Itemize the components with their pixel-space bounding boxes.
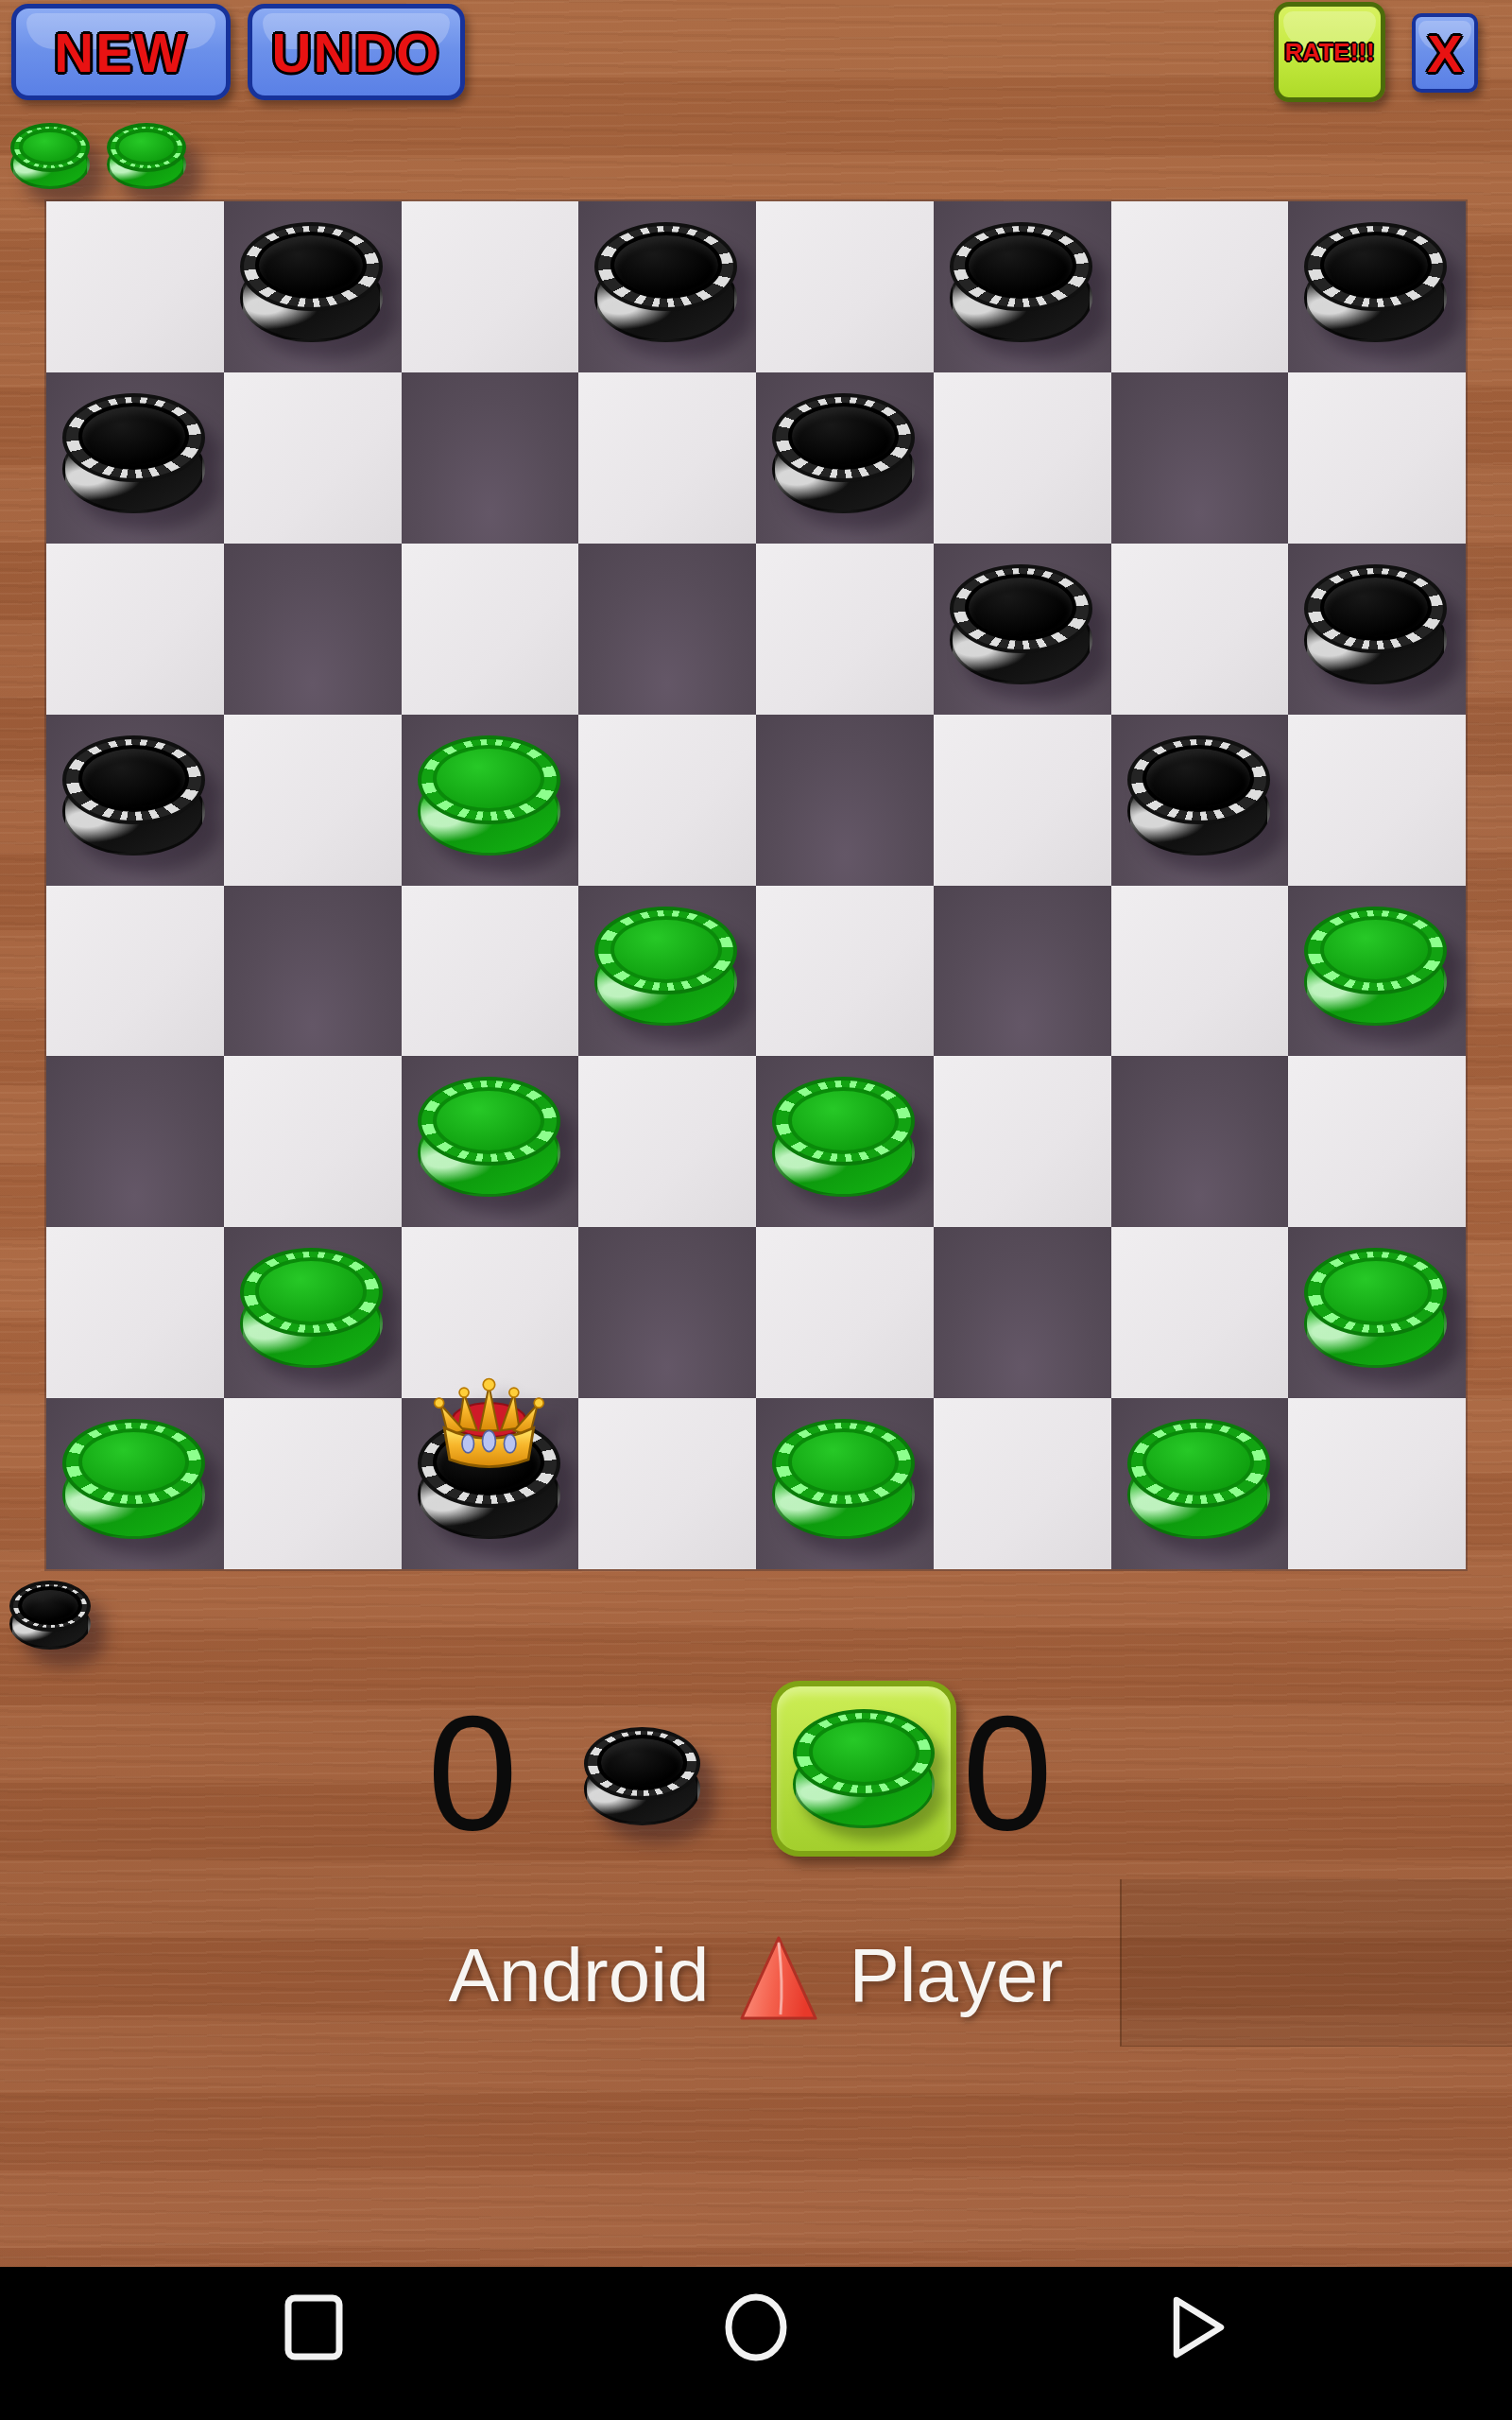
board-cell-r2c4 (756, 544, 934, 715)
checker-face (255, 232, 367, 299)
black-piece-r0c5[interactable] (950, 222, 1092, 342)
board-cell-r5c1 (224, 1056, 402, 1227)
board-cell-r2c6 (1111, 544, 1289, 715)
board-cell-r6c6 (1111, 1227, 1289, 1398)
captured-black-checker (9, 1581, 91, 1650)
board-cell-r4c3[interactable] (578, 886, 756, 1057)
board-cell-r0c1[interactable] (224, 201, 402, 372)
board-cell-r5c0[interactable] (46, 1056, 224, 1227)
checker-face (965, 232, 1076, 299)
board-cell-r1c0[interactable] (46, 372, 224, 544)
board-cell-r5c5 (934, 1056, 1111, 1227)
board-cell-r7c5 (934, 1398, 1111, 1569)
board-cell-r0c0 (46, 201, 224, 372)
board-cell-r2c3[interactable] (578, 544, 756, 715)
green-piece-r3c2[interactable] (418, 735, 560, 856)
new-game-button[interactable]: NEW (11, 4, 231, 100)
checker-face (78, 1428, 190, 1495)
board-cell-r4c1[interactable] (224, 886, 402, 1057)
green-piece-r5c4[interactable] (772, 1077, 915, 1197)
captured-green-checker (10, 123, 90, 189)
checker-face (1143, 1428, 1254, 1495)
board-cell-r3c4[interactable] (756, 715, 934, 886)
checker-face (19, 129, 81, 165)
board-cell-r6c2 (402, 1227, 579, 1398)
board-cell-r3c7 (1288, 715, 1466, 886)
checker-face (78, 403, 190, 470)
board-cell-r4c5[interactable] (934, 886, 1111, 1057)
black-score: 0 (421, 1691, 524, 1854)
black-piece-r0c7[interactable] (1304, 222, 1447, 342)
board-cell-r4c4 (756, 886, 934, 1057)
checker-face (610, 232, 722, 299)
turn-indicator-box (771, 1681, 956, 1857)
board-cell-r3c5 (934, 715, 1111, 886)
green-piece-r4c7[interactable] (1304, 907, 1447, 1027)
green-piece-r4c3[interactable] (594, 907, 737, 1027)
board-cell-r6c5[interactable] (934, 1227, 1111, 1398)
board-cell-r0c4 (756, 201, 934, 372)
checker-face (788, 1428, 900, 1495)
checker-face (597, 1735, 688, 1789)
board-cell-r1c5 (934, 372, 1111, 544)
black-piece-r1c4[interactable] (772, 393, 915, 513)
board-cell-r1c7 (1288, 372, 1466, 544)
android-navbar (0, 2267, 1512, 2420)
board-cell-r3c1 (224, 715, 402, 886)
checker-face (18, 1586, 81, 1625)
board-cell-r7c1 (224, 1398, 402, 1569)
home-circle-icon[interactable] (723, 2293, 789, 2361)
green-player-name: Player (849, 1932, 1063, 2019)
board-cell-r0c2 (402, 201, 579, 372)
black-king-piece-r7c2[interactable] (418, 1419, 560, 1539)
board-cell-r4c6 (1111, 886, 1289, 1057)
checker-face (433, 1087, 544, 1154)
checker-face (115, 129, 178, 165)
board-cell-r2c0 (46, 544, 224, 715)
board-cell-r2c7[interactable] (1288, 544, 1466, 715)
board-cell-r2c2 (402, 544, 579, 715)
board-cell-r7c4[interactable] (756, 1398, 934, 1569)
green-piece-r7c4[interactable] (772, 1419, 915, 1539)
king-crown-icon (423, 1375, 555, 1480)
board-cell-r6c1[interactable] (224, 1227, 402, 1398)
board-cell-r2c1[interactable] (224, 544, 402, 715)
board-cell-r4c7[interactable] (1288, 886, 1466, 1057)
recents-square-icon[interactable] (282, 2293, 348, 2361)
green-piece-r7c6[interactable] (1127, 1419, 1270, 1539)
green-piece-r6c7[interactable] (1304, 1248, 1447, 1368)
checker-face (788, 1087, 900, 1154)
checker-face (1320, 574, 1432, 641)
green-score: 0 (955, 1691, 1059, 1854)
board-cell-r3c2[interactable] (402, 715, 579, 886)
green-piece-r6c1[interactable] (240, 1248, 383, 1368)
checker-face (433, 745, 544, 812)
checkers-board (46, 201, 1466, 1569)
board-cell-r0c7[interactable] (1288, 201, 1466, 372)
red-triangle-icon (737, 1933, 820, 2024)
board-cell-r3c0[interactable] (46, 715, 224, 886)
undo-button-label: UNDO (272, 21, 441, 84)
board-cell-r3c3 (578, 715, 756, 886)
checker-face (809, 1719, 919, 1786)
black-piece-r1c0[interactable] (62, 393, 205, 513)
board-cell-r0c3[interactable] (578, 201, 756, 372)
black-piece-r3c6[interactable] (1127, 735, 1270, 856)
checker-face (78, 745, 190, 812)
green-piece-r5c2[interactable] (418, 1077, 560, 1197)
board-cell-r7c3 (578, 1398, 756, 1569)
board-cell-r7c2[interactable] (402, 1398, 579, 1569)
checker-face (1143, 745, 1254, 812)
board-cell-r0c6 (1111, 201, 1289, 372)
board-cell-r6c0 (46, 1227, 224, 1398)
black-piece-r2c7[interactable] (1304, 564, 1447, 684)
board-cell-r2c5[interactable] (934, 544, 1111, 715)
board-cell-r4c0 (46, 886, 224, 1057)
board-cell-r5c3 (578, 1056, 756, 1227)
checker-face (1320, 916, 1432, 983)
black-score-checker (584, 1727, 700, 1825)
board-cell-r4c2 (402, 886, 579, 1057)
board-cell-r5c7 (1288, 1056, 1466, 1227)
black-piece-r3c0[interactable] (62, 735, 205, 856)
checker-face (965, 574, 1076, 641)
players-row: Android Player (0, 1919, 1512, 2032)
rate-button-label: RATE!!! (1285, 38, 1375, 67)
board-cell-r7c0[interactable] (46, 1398, 224, 1569)
black-piece-r0c1[interactable] (240, 222, 383, 342)
board-cell-r5c2[interactable] (402, 1056, 579, 1227)
board-cell-r7c7 (1288, 1398, 1466, 1569)
close-button[interactable]: X (1412, 13, 1478, 93)
checker-face (788, 403, 900, 470)
rate-button[interactable]: RATE!!! (1274, 2, 1385, 102)
new-game-button-label: NEW (54, 21, 187, 84)
board-cell-r1c1 (224, 372, 402, 544)
black-piece-r2c5[interactable] (950, 564, 1092, 684)
board-cell-r1c4[interactable] (756, 372, 934, 544)
board-cell-r1c6[interactable] (1111, 372, 1289, 544)
checker-face (1320, 1257, 1432, 1324)
board-cell-r3c6[interactable] (1111, 715, 1289, 886)
captured-green-checker (107, 123, 186, 189)
board-cell-r1c2[interactable] (402, 372, 579, 544)
black-piece-r0c3[interactable] (594, 222, 737, 342)
checker-face (255, 1257, 367, 1324)
board-cell-r6c7[interactable] (1288, 1227, 1466, 1398)
checker-face (1320, 232, 1432, 299)
back-triangle-icon[interactable] (1165, 2293, 1231, 2361)
board-cell-r7c6[interactable] (1111, 1398, 1289, 1569)
undo-button[interactable]: UNDO (248, 4, 465, 100)
close-icon: X (1427, 23, 1462, 84)
board-cell-r6c4 (756, 1227, 934, 1398)
checker-face (610, 916, 722, 983)
board-cell-r5c6[interactable] (1111, 1056, 1289, 1227)
green-turn-checker (793, 1709, 935, 1828)
black-player-name: Android (449, 1932, 710, 2019)
board-cell-r1c3 (578, 372, 756, 544)
board-cell-r6c3[interactable] (578, 1227, 756, 1398)
board-cell-r5c4[interactable] (756, 1056, 934, 1227)
board-cell-r0c5[interactable] (934, 201, 1111, 372)
checkers-app-screen: { "game": "checkers", "window": {"width"… (0, 0, 1512, 2420)
green-piece-r7c0[interactable] (62, 1419, 205, 1539)
